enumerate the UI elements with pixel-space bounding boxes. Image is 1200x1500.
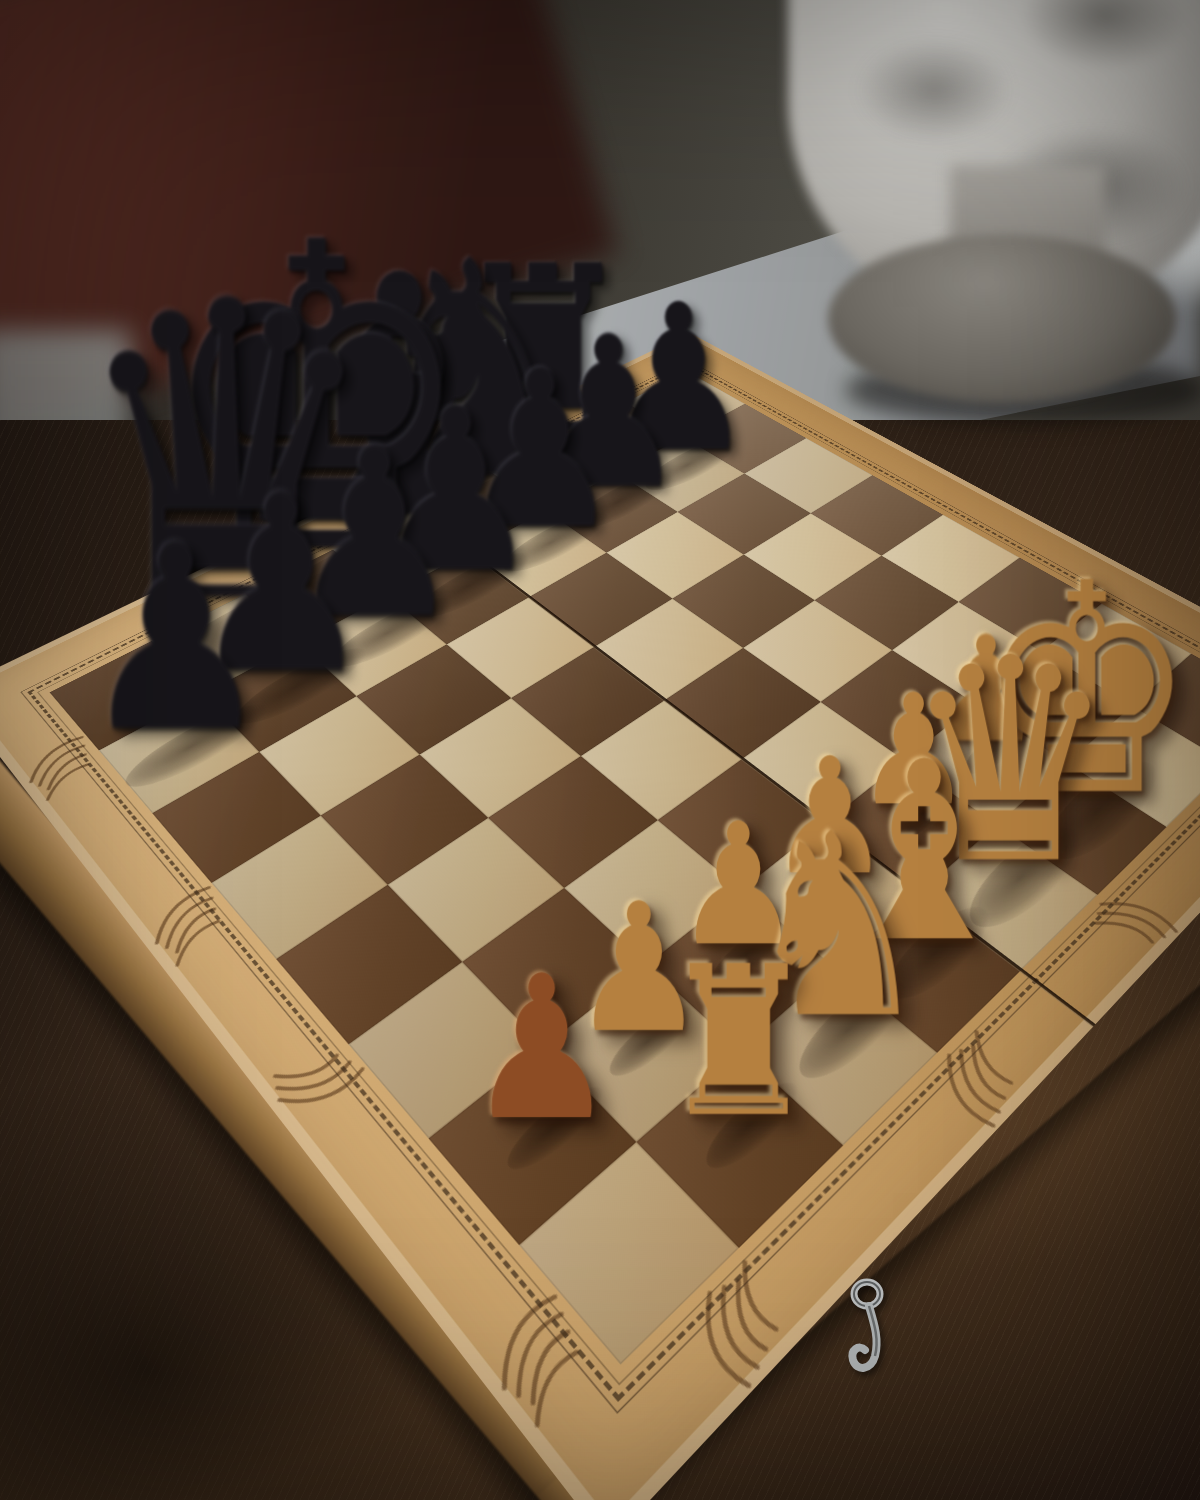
piece-white-pawn-a2: ♟	[467, 958, 616, 1140]
photo-scene: ♛♚♝♞♜♟♟♟♟♟♟♟♜♞♝♛♚♟♟♟♟♟♟	[0, 0, 1200, 1500]
chess-board: ♛♚♝♞♜♟♟♟♟♟♟♟♜♞♝♛♚♟♟♟♟♟♟	[0, 333, 1200, 1500]
piece-black-pawn-a7: ♟	[79, 522, 272, 757]
piece-white-rook-b1: ♜	[661, 948, 817, 1139]
clasp-hook-icon	[845, 1278, 905, 1388]
board-scene: ♛♚♝♞♜♟♟♟♟♟♟♟♜♞♝♛♚♟♟♟♟♟♟	[0, 0, 1200, 1500]
